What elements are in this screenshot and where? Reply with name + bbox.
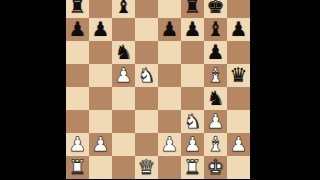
black-king-piece[interactable]: ♚	[207, 0, 225, 18]
square-e6[interactable]	[158, 41, 181, 64]
square-f2[interactable]: ♟	[181, 133, 204, 156]
square-a2[interactable]: ♟	[66, 133, 89, 156]
square-a1[interactable]: ♜	[66, 156, 89, 179]
square-b3[interactable]	[89, 110, 112, 133]
square-h8[interactable]	[227, 0, 250, 18]
square-g3[interactable]: ♟	[204, 110, 227, 133]
square-c2[interactable]	[112, 133, 135, 156]
white-king-piece[interactable]: ♚	[207, 156, 225, 179]
square-h1[interactable]	[227, 156, 250, 179]
black-pawn-piece[interactable]: ♟	[92, 18, 110, 41]
black-pawn-piece[interactable]: ♟	[207, 41, 225, 64]
white-pawn-piece[interactable]: ♟	[69, 133, 87, 156]
white-pawn-piece[interactable]: ♟	[115, 64, 133, 87]
square-c8[interactable]: ♝	[112, 0, 135, 18]
square-g4[interactable]: ♞	[204, 87, 227, 110]
square-d3[interactable]	[135, 110, 158, 133]
square-b6[interactable]	[89, 41, 112, 64]
white-pawn-piece[interactable]: ♟	[161, 133, 179, 156]
black-knight-piece[interactable]: ♞	[115, 41, 133, 64]
square-g2[interactable]: ♝	[204, 133, 227, 156]
square-b1[interactable]	[89, 156, 112, 179]
square-f8[interactable]: ♜	[181, 0, 204, 18]
square-e4[interactable]	[158, 87, 181, 110]
square-g8[interactable]: ♚	[204, 0, 227, 18]
square-d7[interactable]	[135, 18, 158, 41]
square-f4[interactable]	[181, 87, 204, 110]
square-a3[interactable]	[66, 110, 89, 133]
square-h4[interactable]	[227, 87, 250, 110]
square-a6[interactable]	[66, 41, 89, 64]
square-g1[interactable]: ♚	[204, 156, 227, 179]
black-knight-piece[interactable]: ♞	[207, 87, 225, 110]
black-bishop-piece[interactable]: ♝	[115, 0, 133, 18]
square-b5[interactable]	[89, 64, 112, 87]
square-a7[interactable]: ♟	[66, 18, 89, 41]
black-queen-piece[interactable]: ♛	[230, 64, 248, 87]
black-pawn-piece[interactable]: ♟	[69, 18, 87, 41]
square-b2[interactable]: ♟	[89, 133, 112, 156]
square-c7[interactable]	[112, 18, 135, 41]
black-rook-piece[interactable]: ♜	[184, 0, 202, 18]
square-e7[interactable]: ♟	[158, 18, 181, 41]
square-e8[interactable]	[158, 0, 181, 18]
white-rook-piece[interactable]: ♜	[184, 156, 202, 179]
white-knight-piece[interactable]: ♞	[184, 110, 202, 133]
white-bishop-piece[interactable]: ♝	[207, 64, 225, 87]
white-bishop-piece[interactable]: ♝	[207, 133, 225, 156]
square-h5[interactable]: ♛	[227, 64, 250, 87]
black-pawn-piece[interactable]: ♟	[161, 18, 179, 41]
square-e5[interactable]	[158, 64, 181, 87]
square-e1[interactable]	[158, 156, 181, 179]
square-d2[interactable]	[135, 133, 158, 156]
square-f5[interactable]	[181, 64, 204, 87]
white-pawn-piece[interactable]: ♟	[92, 133, 110, 156]
square-g5[interactable]: ♝	[204, 64, 227, 87]
square-d1[interactable]: ♛	[135, 156, 158, 179]
white-knight-piece[interactable]: ♞	[138, 64, 156, 87]
square-a5[interactable]	[66, 64, 89, 87]
square-e3[interactable]	[158, 110, 181, 133]
square-b7[interactable]: ♟	[89, 18, 112, 41]
video-frame: ♜♝♜♚♟♟♟♟♝♟♞♟♟♞♝♛♞♞♟♟♟♟♟♝♟♜♛♜♚	[0, 0, 320, 180]
square-d4[interactable]	[135, 87, 158, 110]
square-h7[interactable]: ♟	[227, 18, 250, 41]
square-a4[interactable]	[66, 87, 89, 110]
white-pawn-piece[interactable]: ♟	[184, 133, 202, 156]
white-rook-piece[interactable]: ♜	[69, 156, 87, 179]
square-f3[interactable]: ♞	[181, 110, 204, 133]
square-c5[interactable]: ♟	[112, 64, 135, 87]
square-b8[interactable]	[89, 0, 112, 18]
square-g6[interactable]: ♟	[204, 41, 227, 64]
square-f7[interactable]: ♟	[181, 18, 204, 41]
square-d5[interactable]: ♞	[135, 64, 158, 87]
square-d8[interactable]	[135, 0, 158, 18]
square-d6[interactable]	[135, 41, 158, 64]
square-c3[interactable]	[112, 110, 135, 133]
black-rook-piece[interactable]: ♜	[69, 0, 87, 18]
square-g7[interactable]: ♝	[204, 18, 227, 41]
square-c1[interactable]	[112, 156, 135, 179]
square-f6[interactable]	[181, 41, 204, 64]
black-bishop-piece[interactable]: ♝	[207, 18, 225, 41]
square-h3[interactable]	[227, 110, 250, 133]
square-h6[interactable]	[227, 41, 250, 64]
square-b4[interactable]	[89, 87, 112, 110]
black-pawn-piece[interactable]: ♟	[184, 18, 202, 41]
white-queen-piece[interactable]: ♛	[138, 156, 156, 179]
black-pawn-piece[interactable]: ♟	[230, 18, 248, 41]
square-h2[interactable]: ♟	[227, 133, 250, 156]
square-e2[interactable]: ♟	[158, 133, 181, 156]
white-pawn-piece[interactable]: ♟	[207, 110, 225, 133]
square-f1[interactable]: ♜	[181, 156, 204, 179]
square-a8[interactable]: ♜	[66, 0, 89, 18]
white-pawn-piece[interactable]: ♟	[230, 133, 248, 156]
square-c4[interactable]	[112, 87, 135, 110]
chessboard: ♜♝♜♚♟♟♟♟♝♟♞♟♟♞♝♛♞♞♟♟♟♟♟♝♟♜♛♜♚	[66, 0, 250, 179]
square-c6[interactable]: ♞	[112, 41, 135, 64]
